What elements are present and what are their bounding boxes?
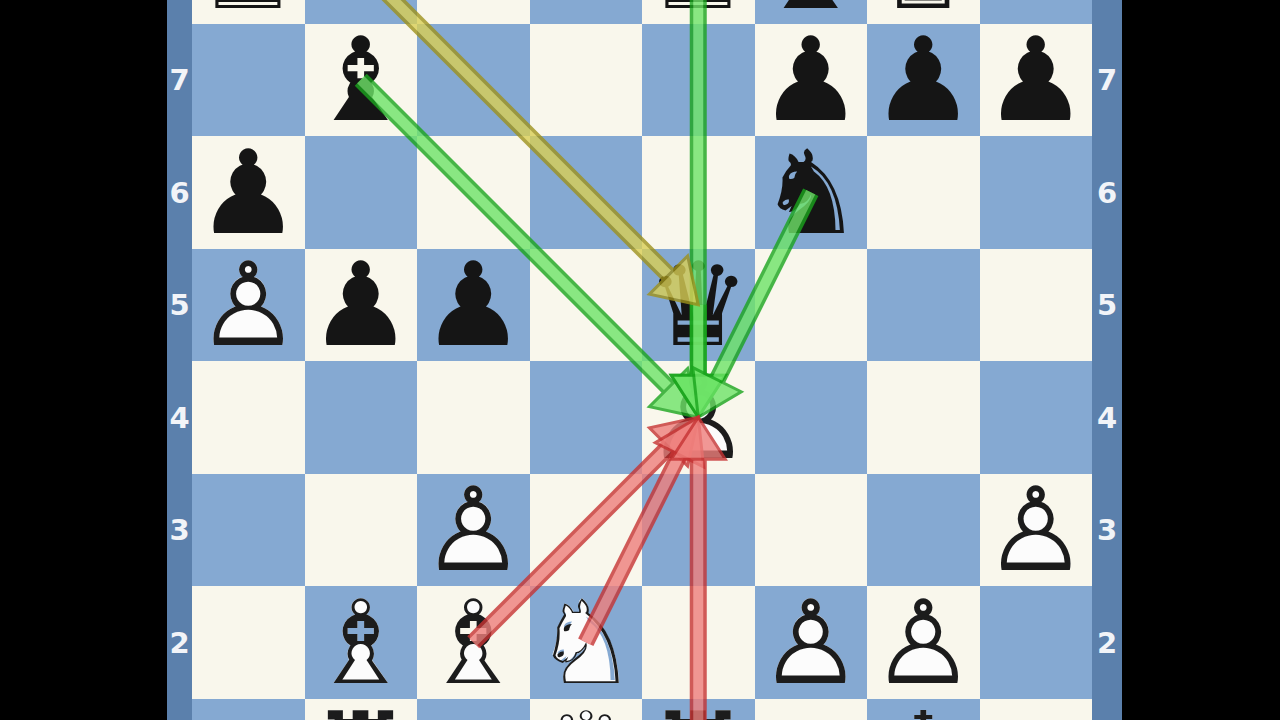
arrow-green-f6-e4	[693, 193, 811, 418]
rank-label-4: 4	[1092, 403, 1122, 433]
letterbox-right	[1122, 0, 1280, 720]
rank-strip-right: 87654321	[1092, 0, 1122, 720]
rank-label-6: 6	[1092, 178, 1122, 208]
arrow-red-c2-e4	[473, 418, 698, 643]
rank-label-2: 2	[1092, 628, 1122, 658]
rank-label-7: 7	[167, 65, 192, 95]
letterbox-left	[0, 0, 167, 720]
rank-label-3: 3	[167, 515, 192, 545]
rank-label-2: 2	[167, 628, 192, 658]
video-frame: 87654321 ♜♜♝♚♝♟♟♟♟♞♟♙♟♟♛♟♙♟♙♟♙♝♗♝♗♞♘♟♙♟♙…	[0, 0, 1280, 720]
rank-label-4: 4	[167, 403, 192, 433]
rank-label-6: 6	[167, 178, 192, 208]
rank-label-5: 5	[1092, 290, 1122, 320]
rank-strip-left: 87654321	[167, 0, 192, 720]
rank-label-5: 5	[167, 290, 192, 320]
chess-board: ♜♜♝♚♝♟♟♟♟♞♟♙♟♟♛♟♙♟♙♟♙♝♗♝♗♞♘♟♙♟♙♜♖♛♕♜♖♚♔	[192, 0, 1092, 720]
move-arrows-overlay	[192, 0, 1092, 720]
rank-label-3: 3	[1092, 515, 1122, 545]
rank-label-7: 7	[1092, 65, 1122, 95]
